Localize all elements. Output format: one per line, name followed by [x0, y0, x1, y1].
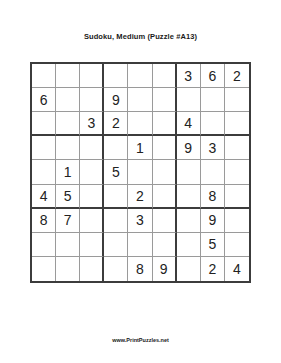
cell-r8c4	[104, 233, 128, 257]
cell-r5c5	[128, 160, 152, 184]
cell-r4c1	[32, 136, 56, 160]
cell-r5c9	[225, 160, 249, 184]
cell-r7c2: 7	[56, 209, 80, 233]
cell-r9c1	[32, 257, 56, 281]
cell-r8c6	[153, 233, 177, 257]
cell-r3c1	[32, 112, 56, 136]
cell-r7c3	[80, 209, 104, 233]
cell-r8c7	[177, 233, 201, 257]
site-url: www.PrintPuzzles.net	[0, 337, 281, 343]
sudoku-board: 36269324193154528873958924	[30, 62, 251, 283]
cell-r5c7	[177, 160, 201, 184]
cell-r9c5: 8	[128, 257, 152, 281]
cell-r1c6	[153, 64, 177, 88]
cell-r9c2	[56, 257, 80, 281]
cell-r3c4: 2	[104, 112, 128, 136]
cell-r1c2	[56, 64, 80, 88]
cell-r4c8: 3	[201, 136, 225, 160]
cell-r5c8	[201, 160, 225, 184]
cell-r1c1	[32, 64, 56, 88]
cell-r2c3	[80, 88, 104, 112]
puzzle-page: Sudoku, Medium (Puzzle #A13) 36269324193…	[0, 0, 281, 363]
cell-r7c9	[225, 209, 249, 233]
cell-r4c2	[56, 136, 80, 160]
cell-r7c5: 3	[128, 209, 152, 233]
cell-r4c4	[104, 136, 128, 160]
cell-r6c9	[225, 185, 249, 209]
cell-r9c3	[80, 257, 104, 281]
cell-r6c5: 2	[128, 185, 152, 209]
cell-r6c2: 5	[56, 185, 80, 209]
cell-r5c2: 1	[56, 160, 80, 184]
cell-r1c3	[80, 64, 104, 88]
cell-r3c2	[56, 112, 80, 136]
cell-r6c1: 4	[32, 185, 56, 209]
cell-r3c7: 4	[177, 112, 201, 136]
cell-r4c6	[153, 136, 177, 160]
cell-r7c6	[153, 209, 177, 233]
cell-r6c8: 8	[201, 185, 225, 209]
cell-r3c9	[225, 112, 249, 136]
cell-r3c6	[153, 112, 177, 136]
cell-r2c4: 9	[104, 88, 128, 112]
cell-r6c4	[104, 185, 128, 209]
cell-r8c3	[80, 233, 104, 257]
cell-r5c1	[32, 160, 56, 184]
cell-r9c8: 2	[201, 257, 225, 281]
cell-r1c8: 6	[201, 64, 225, 88]
cell-r5c6	[153, 160, 177, 184]
cell-r4c5: 1	[128, 136, 152, 160]
cell-r8c5	[128, 233, 152, 257]
cell-r1c4	[104, 64, 128, 88]
cell-r4c7: 9	[177, 136, 201, 160]
cell-r3c8	[201, 112, 225, 136]
cell-r5c3	[80, 160, 104, 184]
cell-r7c4	[104, 209, 128, 233]
cell-r9c4	[104, 257, 128, 281]
cell-r1c7: 3	[177, 64, 201, 88]
cell-r8c9	[225, 233, 249, 257]
cell-r7c7	[177, 209, 201, 233]
puzzle-title: Sudoku, Medium (Puzzle #A13)	[0, 32, 281, 41]
cell-r9c9: 4	[225, 257, 249, 281]
cell-r9c6: 9	[153, 257, 177, 281]
cell-r1c9: 2	[225, 64, 249, 88]
cell-r2c7	[177, 88, 201, 112]
cell-r5c4: 5	[104, 160, 128, 184]
cell-r7c8: 9	[201, 209, 225, 233]
cell-r3c3: 3	[80, 112, 104, 136]
cell-r2c1: 6	[32, 88, 56, 112]
cell-r7c1: 8	[32, 209, 56, 233]
cell-r4c3	[80, 136, 104, 160]
cell-r3c5	[128, 112, 152, 136]
cell-r2c6	[153, 88, 177, 112]
cell-r6c6	[153, 185, 177, 209]
cell-r4c9	[225, 136, 249, 160]
cell-r2c5	[128, 88, 152, 112]
cell-r6c3	[80, 185, 104, 209]
cell-r8c8: 5	[201, 233, 225, 257]
cell-r2c2	[56, 88, 80, 112]
cell-r8c1	[32, 233, 56, 257]
cell-r2c9	[225, 88, 249, 112]
cell-r9c7	[177, 257, 201, 281]
cell-r6c7	[177, 185, 201, 209]
cell-r2c8	[201, 88, 225, 112]
cell-r1c5	[128, 64, 152, 88]
cell-r8c2	[56, 233, 80, 257]
